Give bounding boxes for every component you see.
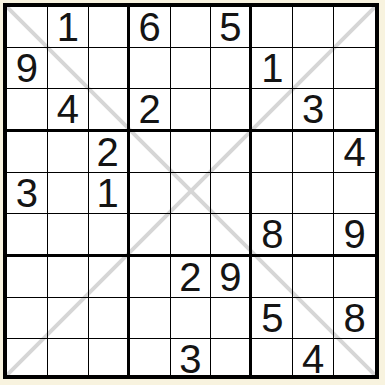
given-digit: 4 <box>57 89 79 129</box>
cell-r6c5[interactable] <box>171 214 212 257</box>
cell-r7c1[interactable] <box>7 257 48 298</box>
cell-r6c3[interactable] <box>89 214 130 257</box>
given-digit: 3 <box>16 173 38 213</box>
cell-r9c2[interactable] <box>48 339 89 379</box>
cell-r4c4[interactable] <box>130 132 171 173</box>
cell-r8c2[interactable] <box>48 298 89 339</box>
cell-r9c9[interactable] <box>334 339 375 379</box>
cell-r7c5[interactable]: 2 <box>171 257 212 298</box>
given-digit: 9 <box>219 257 241 297</box>
cell-r9c6[interactable] <box>211 339 252 379</box>
cell-r3c3[interactable] <box>89 89 130 132</box>
given-digit: 3 <box>302 89 324 129</box>
cell-r4c2[interactable] <box>48 132 89 173</box>
cell-r4c9[interactable]: 4 <box>334 132 375 173</box>
cell-r3c7[interactable] <box>252 89 293 132</box>
cell-r2c9[interactable] <box>334 48 375 89</box>
cell-r1c2[interactable]: 1 <box>48 7 89 48</box>
cell-r2c2[interactable] <box>48 48 89 89</box>
cell-r6c4[interactable] <box>130 214 171 257</box>
sudoku-grid: 16591423243189295834 <box>7 7 375 375</box>
cell-r3c1[interactable] <box>7 89 48 132</box>
cell-r8c7[interactable]: 5 <box>252 298 293 339</box>
cell-r8c1[interactable] <box>7 298 48 339</box>
cell-r4c7[interactable] <box>252 132 293 173</box>
given-digit: 9 <box>16 48 38 88</box>
given-digit: 2 <box>97 132 119 172</box>
cell-r3c2[interactable]: 4 <box>48 89 89 132</box>
given-digit: 1 <box>261 48 283 88</box>
given-digit: 1 <box>57 7 79 47</box>
cell-r5c7[interactable] <box>252 173 293 214</box>
cell-r1c5[interactable] <box>171 7 212 48</box>
given-digit: 4 <box>343 132 365 172</box>
cell-r2c6[interactable] <box>211 48 252 89</box>
cell-r5c5[interactable] <box>171 173 212 214</box>
cell-r5c4[interactable] <box>130 173 171 214</box>
cell-r8c8[interactable] <box>293 298 334 339</box>
cell-r6c1[interactable] <box>7 214 48 257</box>
cell-r4c8[interactable] <box>293 132 334 173</box>
cell-r1c7[interactable] <box>252 7 293 48</box>
cell-r2c7[interactable]: 1 <box>252 48 293 89</box>
cell-r7c6[interactable]: 9 <box>211 257 252 298</box>
cell-r7c2[interactable] <box>48 257 89 298</box>
cell-r1c8[interactable] <box>293 7 334 48</box>
cell-r2c3[interactable] <box>89 48 130 89</box>
cell-r5c3[interactable]: 1 <box>89 173 130 214</box>
cell-r1c1[interactable] <box>7 7 48 48</box>
cell-r4c6[interactable] <box>211 132 252 173</box>
cell-r2c4[interactable] <box>130 48 171 89</box>
cell-r8c4[interactable] <box>130 298 171 339</box>
cell-r3c9[interactable] <box>334 89 375 132</box>
cell-r9c8[interactable]: 4 <box>293 339 334 379</box>
cell-r6c9[interactable]: 9 <box>334 214 375 257</box>
given-digit: 5 <box>261 298 283 338</box>
cell-r7c4[interactable] <box>130 257 171 298</box>
cell-r6c8[interactable] <box>293 214 334 257</box>
cell-r5c6[interactable] <box>211 173 252 214</box>
given-digit: 2 <box>179 257 201 297</box>
cell-r3c8[interactable]: 3 <box>293 89 334 132</box>
given-digit: 6 <box>138 7 160 47</box>
cell-r1c3[interactable] <box>89 7 130 48</box>
cell-r1c9[interactable] <box>334 7 375 48</box>
cell-r7c8[interactable] <box>293 257 334 298</box>
cell-r6c6[interactable] <box>211 214 252 257</box>
given-digit: 9 <box>343 214 365 254</box>
cell-r9c1[interactable] <box>7 339 48 379</box>
cell-r7c7[interactable] <box>252 257 293 298</box>
cell-r1c4[interactable]: 6 <box>130 7 171 48</box>
cell-r5c1[interactable]: 3 <box>7 173 48 214</box>
cell-r4c3[interactable]: 2 <box>89 132 130 173</box>
cell-r1c6[interactable]: 5 <box>211 7 252 48</box>
cell-r9c3[interactable] <box>89 339 130 379</box>
cell-r5c2[interactable] <box>48 173 89 214</box>
given-digit: 3 <box>179 339 201 379</box>
cell-r9c5[interactable]: 3 <box>171 339 212 379</box>
cell-r9c4[interactable] <box>130 339 171 379</box>
given-digit: 8 <box>343 298 365 338</box>
cell-r2c8[interactable] <box>293 48 334 89</box>
cell-r7c3[interactable] <box>89 257 130 298</box>
given-digit: 8 <box>261 214 283 254</box>
cell-r7c9[interactable] <box>334 257 375 298</box>
cell-r2c1[interactable]: 9 <box>7 48 48 89</box>
cell-r9c7[interactable] <box>252 339 293 379</box>
cell-r3c4[interactable]: 2 <box>130 89 171 132</box>
cell-r3c5[interactable] <box>171 89 212 132</box>
cell-r6c2[interactable] <box>48 214 89 257</box>
cell-r8c6[interactable] <box>211 298 252 339</box>
cell-r5c9[interactable] <box>334 173 375 214</box>
cell-r3c6[interactable] <box>211 89 252 132</box>
cell-r8c9[interactable]: 8 <box>334 298 375 339</box>
given-digit: 5 <box>219 7 241 47</box>
sudoku-board: 16591423243189295834 <box>3 3 379 379</box>
cell-r4c1[interactable] <box>7 132 48 173</box>
cell-r8c5[interactable] <box>171 298 212 339</box>
given-digit: 4 <box>302 339 324 379</box>
cell-r4c5[interactable] <box>171 132 212 173</box>
cell-r2c5[interactable] <box>171 48 212 89</box>
given-digit: 1 <box>97 173 119 213</box>
given-digit: 2 <box>138 89 160 129</box>
cell-r5c8[interactable] <box>293 173 334 214</box>
cell-r6c7[interactable]: 8 <box>252 214 293 257</box>
cell-r8c3[interactable] <box>89 298 130 339</box>
